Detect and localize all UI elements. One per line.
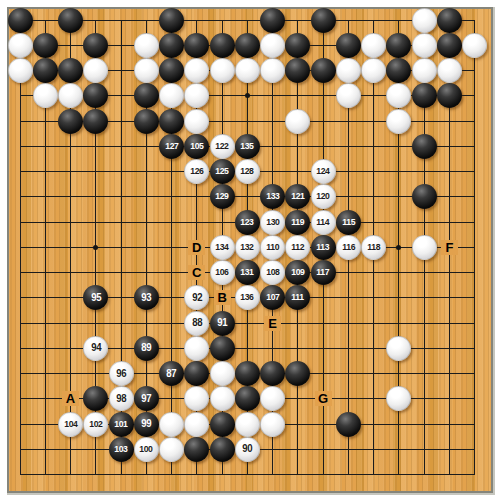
black-stone[interactable] — [58, 109, 83, 134]
black-stone[interactable]: 131 — [235, 260, 260, 285]
black-stone[interactable] — [210, 33, 235, 58]
white-stone[interactable] — [260, 386, 285, 411]
white-stone[interactable] — [235, 58, 260, 83]
white-stone[interactable] — [8, 58, 33, 83]
white-stone[interactable]: 96 — [109, 361, 134, 386]
black-stone[interactable] — [285, 58, 310, 83]
black-stone[interactable]: 107 — [260, 285, 285, 310]
black-stone[interactable] — [184, 361, 209, 386]
white-stone[interactable]: 94 — [83, 336, 108, 361]
white-stone[interactable] — [184, 109, 209, 134]
white-stone[interactable]: 110 — [260, 235, 285, 260]
white-stone[interactable]: 118 — [361, 235, 386, 260]
black-stone[interactable]: 113 — [311, 235, 336, 260]
black-stone[interactable] — [210, 412, 235, 437]
point-label-A: A — [62, 391, 79, 406]
black-stone[interactable]: 99 — [134, 412, 159, 437]
white-stone[interactable]: 114 — [311, 210, 336, 235]
black-stone[interactable]: 93 — [134, 285, 159, 310]
black-stone[interactable] — [437, 83, 462, 108]
black-stone[interactable] — [412, 134, 437, 159]
white-stone[interactable]: 136 — [235, 285, 260, 310]
black-stone[interactable] — [184, 437, 209, 462]
black-stone[interactable]: 87 — [159, 361, 184, 386]
black-stone[interactable]: 123 — [235, 210, 260, 235]
black-stone[interactable] — [159, 109, 184, 134]
black-stone[interactable] — [285, 33, 310, 58]
move-number: 94 — [91, 343, 101, 353]
move-number: 126 — [190, 167, 203, 176]
black-stone[interactable]: 105 — [184, 134, 209, 159]
white-stone[interactable] — [184, 412, 209, 437]
white-stone[interactable] — [386, 109, 411, 134]
move-number: 92 — [192, 293, 202, 303]
move-number: 121 — [291, 192, 304, 201]
black-stone[interactable] — [159, 8, 184, 33]
black-stone[interactable]: 117 — [311, 260, 336, 285]
black-stone[interactable]: 135 — [235, 134, 260, 159]
move-number: 127 — [165, 142, 178, 151]
white-stone[interactable]: 88 — [184, 311, 209, 336]
black-stone[interactable] — [134, 109, 159, 134]
white-stone[interactable]: 100 — [134, 437, 159, 462]
move-number: 123 — [241, 218, 254, 227]
white-stone[interactable] — [285, 109, 310, 134]
black-stone[interactable] — [235, 361, 260, 386]
move-number: 101 — [114, 420, 127, 429]
white-stone[interactable] — [184, 336, 209, 361]
move-number: 110 — [266, 243, 279, 252]
white-stone[interactable] — [462, 33, 487, 58]
white-stone[interactable]: 104 — [58, 412, 83, 437]
move-number: 116 — [342, 243, 355, 252]
move-number: 136 — [241, 293, 254, 302]
white-stone[interactable] — [210, 361, 235, 386]
move-number: 89 — [141, 343, 151, 353]
white-stone[interactable] — [184, 386, 209, 411]
white-stone[interactable] — [386, 386, 411, 411]
black-stone[interactable] — [336, 33, 361, 58]
move-number: 112 — [291, 243, 304, 252]
black-stone[interactable]: 121 — [285, 184, 310, 209]
black-stone[interactable] — [336, 412, 361, 437]
black-stone[interactable] — [285, 361, 310, 386]
white-stone[interactable]: 122 — [210, 134, 235, 159]
move-number: 103 — [114, 445, 127, 454]
move-number: 87 — [167, 369, 177, 379]
grid-line-vertical — [474, 20, 475, 476]
black-stone[interactable] — [210, 336, 235, 361]
black-stone[interactable]: 95 — [83, 285, 108, 310]
white-stone[interactable] — [58, 83, 83, 108]
white-stone[interactable] — [412, 8, 437, 33]
white-stone[interactable] — [386, 83, 411, 108]
black-stone[interactable] — [159, 33, 184, 58]
black-stone[interactable]: 91 — [210, 311, 235, 336]
white-stone[interactable]: 124 — [311, 159, 336, 184]
move-number: 114 — [317, 218, 330, 227]
move-number: 119 — [291, 218, 304, 227]
move-number: 102 — [89, 420, 102, 429]
black-stone[interactable] — [210, 437, 235, 462]
move-number: 93 — [141, 293, 151, 303]
move-number: 99 — [141, 419, 151, 429]
black-stone[interactable] — [437, 8, 462, 33]
black-stone[interactable] — [386, 33, 411, 58]
move-number: 118 — [367, 243, 380, 252]
white-stone[interactable] — [361, 58, 386, 83]
white-stone[interactable] — [336, 58, 361, 83]
white-stone[interactable]: 132 — [235, 235, 260, 260]
move-number: 95 — [91, 293, 101, 303]
black-stone[interactable]: 133 — [260, 184, 285, 209]
move-number: 90 — [242, 444, 252, 454]
white-stone[interactable] — [159, 83, 184, 108]
black-stone[interactable] — [437, 33, 462, 58]
white-stone[interactable] — [260, 58, 285, 83]
black-stone[interactable] — [83, 33, 108, 58]
move-number: 128 — [241, 167, 254, 176]
white-stone[interactable]: 112 — [285, 235, 310, 260]
move-number: 129 — [215, 192, 228, 201]
black-stone[interactable] — [260, 361, 285, 386]
white-stone[interactable]: 108 — [260, 260, 285, 285]
black-stone[interactable] — [83, 386, 108, 411]
white-stone[interactable]: 90 — [235, 437, 260, 462]
point-label-B: B — [214, 290, 231, 305]
point-label-D: D — [188, 240, 205, 255]
black-stone[interactable] — [58, 8, 83, 33]
star-point — [93, 245, 98, 250]
white-stone[interactable]: 134 — [210, 235, 235, 260]
white-stone[interactable] — [412, 235, 437, 260]
black-stone[interactable] — [58, 58, 83, 83]
black-stone[interactable] — [235, 386, 260, 411]
move-number: 100 — [140, 445, 153, 454]
black-stone[interactable] — [159, 58, 184, 83]
white-stone[interactable]: 128 — [235, 159, 260, 184]
white-stone[interactable] — [184, 83, 209, 108]
move-number: 117 — [317, 268, 330, 277]
star-point — [396, 245, 401, 250]
grid-line-horizontal — [20, 323, 476, 324]
black-stone[interactable] — [33, 33, 58, 58]
move-number: 111 — [292, 293, 304, 302]
white-stone[interactable]: 120 — [311, 184, 336, 209]
white-stone[interactable] — [361, 33, 386, 58]
move-number: 105 — [190, 142, 203, 151]
black-stone[interactable]: 97 — [134, 386, 159, 411]
black-stone[interactable] — [8, 8, 33, 33]
black-stone[interactable]: 109 — [285, 260, 310, 285]
move-number: 106 — [215, 268, 228, 277]
white-stone[interactable]: 98 — [109, 386, 134, 411]
white-stone[interactable]: 116 — [336, 235, 361, 260]
black-stone[interactable] — [311, 58, 336, 83]
white-stone[interactable] — [210, 58, 235, 83]
white-stone[interactable] — [260, 412, 285, 437]
white-stone[interactable] — [33, 83, 58, 108]
black-stone[interactable] — [83, 109, 108, 134]
move-number: 115 — [342, 218, 355, 227]
white-stone[interactable] — [134, 58, 159, 83]
white-stone[interactable] — [83, 58, 108, 83]
point-label-C: C — [188, 265, 205, 280]
move-number: 133 — [266, 192, 279, 201]
go-diagram: 1271051221351261251281241291331211201231… — [0, 0, 500, 500]
move-number: 96 — [116, 369, 126, 379]
move-number: 97 — [141, 394, 151, 404]
move-number: 91 — [217, 318, 227, 328]
black-stone[interactable] — [260, 8, 285, 33]
white-stone[interactable] — [235, 412, 260, 437]
move-number: 131 — [241, 268, 254, 277]
black-stone[interactable]: 103 — [109, 437, 134, 462]
white-stone[interactable] — [159, 437, 184, 462]
star-point — [245, 93, 250, 98]
white-stone[interactable]: 106 — [210, 260, 235, 285]
white-stone[interactable] — [386, 336, 411, 361]
black-stone[interactable]: 89 — [134, 336, 159, 361]
point-label-E: E — [264, 316, 281, 331]
move-number: 113 — [317, 243, 330, 252]
move-number: 108 — [266, 268, 279, 277]
black-stone[interactable]: 129 — [210, 184, 235, 209]
black-stone[interactable] — [311, 8, 336, 33]
white-stone[interactable] — [260, 33, 285, 58]
move-number: 109 — [291, 268, 304, 277]
move-number: 125 — [215, 167, 228, 176]
white-stone[interactable] — [8, 33, 33, 58]
grid-line-horizontal — [20, 474, 476, 475]
move-number: 134 — [215, 243, 228, 252]
black-stone[interactable] — [412, 83, 437, 108]
black-stone[interactable]: 101 — [109, 412, 134, 437]
white-stone[interactable] — [412, 33, 437, 58]
black-stone[interactable] — [235, 33, 260, 58]
white-stone[interactable]: 92 — [184, 285, 209, 310]
white-stone[interactable]: 102 — [83, 412, 108, 437]
white-stone[interactable]: 130 — [260, 210, 285, 235]
move-number: 122 — [215, 142, 228, 151]
move-number: 104 — [64, 420, 77, 429]
point-label-F: F — [441, 240, 458, 255]
black-stone[interactable] — [412, 184, 437, 209]
move-number: 132 — [241, 243, 254, 252]
goban-board[interactable]: 1271051221351261251281241291331211201231… — [7, 7, 493, 493]
white-stone[interactable] — [134, 33, 159, 58]
white-stone[interactable] — [336, 83, 361, 108]
black-stone[interactable]: 115 — [336, 210, 361, 235]
black-stone[interactable] — [83, 83, 108, 108]
black-stone[interactable] — [134, 83, 159, 108]
point-label-G: G — [315, 391, 332, 406]
white-stone[interactable] — [412, 58, 437, 83]
black-stone[interactable]: 119 — [285, 210, 310, 235]
move-number: 98 — [116, 394, 126, 404]
black-stone[interactable] — [386, 58, 411, 83]
white-stone[interactable] — [210, 386, 235, 411]
black-stone[interactable] — [184, 33, 209, 58]
move-number: 124 — [316, 167, 329, 176]
black-stone[interactable]: 111 — [285, 285, 310, 310]
move-number: 107 — [266, 293, 279, 302]
black-stone[interactable]: 127 — [159, 134, 184, 159]
black-stone[interactable]: 125 — [210, 159, 235, 184]
move-number: 130 — [266, 218, 279, 227]
move-number: 135 — [241, 142, 254, 151]
white-stone[interactable]: 126 — [184, 159, 209, 184]
move-number: 88 — [192, 318, 202, 328]
move-number: 120 — [316, 192, 329, 201]
white-stone[interactable] — [159, 412, 184, 437]
black-stone[interactable] — [33, 58, 58, 83]
white-stone[interactable] — [184, 58, 209, 83]
white-stone[interactable] — [437, 58, 462, 83]
